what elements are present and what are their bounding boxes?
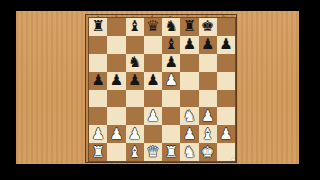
square-h4[interactable] bbox=[217, 90, 235, 108]
square-d5[interactable]: ♟ bbox=[144, 72, 162, 90]
square-f3[interactable]: ♞ bbox=[180, 107, 198, 125]
black-bishop: ♝ bbox=[128, 19, 141, 34]
square-a2[interactable]: ♟ bbox=[89, 125, 107, 143]
square-h2[interactable]: ♟ bbox=[217, 125, 235, 143]
square-d7[interactable] bbox=[144, 36, 162, 54]
square-h3[interactable] bbox=[217, 107, 235, 125]
square-a5[interactable]: ♟ bbox=[89, 72, 107, 90]
square-a4[interactable] bbox=[89, 90, 107, 108]
white-knight: ♞ bbox=[183, 144, 196, 159]
black-pawn: ♟ bbox=[201, 37, 214, 52]
square-b8[interactable] bbox=[107, 18, 125, 36]
white-pawn: ♟ bbox=[201, 108, 214, 123]
square-e2[interactable] bbox=[162, 125, 180, 143]
white-rook: ♜ bbox=[91, 144, 104, 159]
square-a6[interactable] bbox=[89, 54, 107, 72]
square-e8[interactable]: ♞ bbox=[162, 18, 180, 36]
square-d2[interactable] bbox=[144, 125, 162, 143]
black-pawn: ♟ bbox=[219, 37, 232, 52]
square-a1[interactable]: ♜ bbox=[89, 143, 107, 161]
board-corner-dot bbox=[232, 158, 235, 161]
square-c4[interactable] bbox=[126, 90, 144, 108]
white-knight: ♞ bbox=[183, 108, 196, 123]
square-e3[interactable] bbox=[162, 107, 180, 125]
black-knight: ♞ bbox=[128, 55, 141, 70]
black-pawn: ♟ bbox=[164, 55, 177, 70]
square-e4[interactable] bbox=[162, 90, 180, 108]
white-pawn: ♟ bbox=[110, 126, 123, 141]
square-f8[interactable]: ♜ bbox=[180, 18, 198, 36]
square-d4[interactable] bbox=[144, 90, 162, 108]
white-pawn: ♟ bbox=[146, 108, 159, 123]
square-b5[interactable]: ♟ bbox=[107, 72, 125, 90]
square-e5[interactable]: ♟ bbox=[162, 72, 180, 90]
square-a8[interactable]: ♜ bbox=[89, 18, 107, 36]
square-f4[interactable] bbox=[180, 90, 198, 108]
white-pawn: ♟ bbox=[164, 73, 177, 88]
square-h8[interactable] bbox=[217, 18, 235, 36]
white-pawn: ♟ bbox=[219, 126, 232, 141]
square-g3[interactable]: ♟ bbox=[199, 107, 217, 125]
square-g7[interactable]: ♟ bbox=[199, 36, 217, 54]
black-pawn: ♟ bbox=[110, 73, 123, 88]
square-g4[interactable] bbox=[199, 90, 217, 108]
white-pawn: ♟ bbox=[91, 126, 104, 141]
square-h6[interactable] bbox=[217, 54, 235, 72]
video-frame: abcdefgh ♜♝♛♞♜♚♝♟♟♟♞♟♟♟♟♟♟♟♞♟♟♟♟♟♝♟♜♝♛♜♞… bbox=[0, 0, 320, 180]
black-knight: ♞ bbox=[164, 19, 177, 34]
square-b2[interactable]: ♟ bbox=[107, 125, 125, 143]
square-c8[interactable]: ♝ bbox=[126, 18, 144, 36]
black-pawn: ♟ bbox=[128, 73, 141, 88]
square-f1[interactable]: ♞ bbox=[180, 143, 198, 161]
square-c5[interactable]: ♟ bbox=[126, 72, 144, 90]
black-pawn: ♟ bbox=[91, 73, 104, 88]
square-c3[interactable] bbox=[126, 107, 144, 125]
black-bishop: ♝ bbox=[164, 37, 177, 52]
square-g6[interactable] bbox=[199, 54, 217, 72]
square-b4[interactable] bbox=[107, 90, 125, 108]
square-e1[interactable]: ♜ bbox=[162, 143, 180, 161]
square-b1[interactable] bbox=[107, 143, 125, 161]
white-pawn: ♟ bbox=[183, 126, 196, 141]
white-bishop: ♝ bbox=[128, 144, 141, 159]
square-f6[interactable] bbox=[180, 54, 198, 72]
square-c2[interactable]: ♟ bbox=[126, 125, 144, 143]
square-f7[interactable]: ♟ bbox=[180, 36, 198, 54]
square-h5[interactable] bbox=[217, 72, 235, 90]
square-g5[interactable] bbox=[199, 72, 217, 90]
square-b3[interactable] bbox=[107, 107, 125, 125]
square-c7[interactable] bbox=[126, 36, 144, 54]
black-pawn: ♟ bbox=[146, 73, 159, 88]
app-background: abcdefgh ♜♝♛♞♜♚♝♟♟♟♞♟♟♟♟♟♟♟♞♟♟♟♟♟♝♟♜♝♛♜♞… bbox=[16, 11, 299, 164]
square-g8[interactable]: ♚ bbox=[199, 18, 217, 36]
square-c1[interactable]: ♝ bbox=[126, 143, 144, 161]
chess-board-frame: abcdefgh ♜♝♛♞♜♚♝♟♟♟♞♟♟♟♟♟♟♟♞♟♟♟♟♟♝♟♜♝♛♜♞… bbox=[85, 14, 237, 163]
square-b7[interactable] bbox=[107, 36, 125, 54]
black-pawn: ♟ bbox=[183, 37, 196, 52]
square-f5[interactable] bbox=[180, 72, 198, 90]
white-pawn: ♟ bbox=[128, 126, 141, 141]
black-king: ♚ bbox=[201, 19, 214, 34]
chess-board: ♜♝♛♞♜♚♝♟♟♟♞♟♟♟♟♟♟♟♞♟♟♟♟♟♝♟♜♝♛♜♞♚ bbox=[88, 17, 236, 162]
square-c6[interactable]: ♞ bbox=[126, 54, 144, 72]
square-g1[interactable]: ♚ bbox=[199, 143, 217, 161]
white-bishop: ♝ bbox=[201, 126, 214, 141]
square-b6[interactable] bbox=[107, 54, 125, 72]
white-queen: ♛ bbox=[146, 144, 159, 159]
black-queen: ♛ bbox=[146, 19, 159, 34]
square-h7[interactable]: ♟ bbox=[217, 36, 235, 54]
black-rook: ♜ bbox=[91, 19, 104, 34]
square-a7[interactable] bbox=[89, 36, 107, 54]
square-d6[interactable] bbox=[144, 54, 162, 72]
square-a3[interactable] bbox=[89, 107, 107, 125]
square-d3[interactable]: ♟ bbox=[144, 107, 162, 125]
black-rook: ♜ bbox=[183, 19, 196, 34]
square-d8[interactable]: ♛ bbox=[144, 18, 162, 36]
white-rook: ♜ bbox=[164, 144, 177, 159]
square-e7[interactable]: ♝ bbox=[162, 36, 180, 54]
white-king: ♚ bbox=[201, 144, 214, 159]
square-d1[interactable]: ♛ bbox=[144, 143, 162, 161]
square-f2[interactable]: ♟ bbox=[180, 125, 198, 143]
square-e6[interactable]: ♟ bbox=[162, 54, 180, 72]
square-g2[interactable]: ♝ bbox=[199, 125, 217, 143]
